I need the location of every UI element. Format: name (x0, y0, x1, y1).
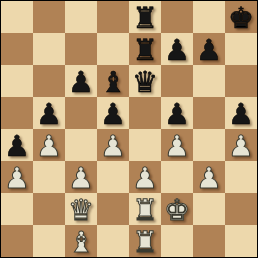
chess-board: ♜♚♜♟♟♟♝♛♟♟♟♟♟♟♟♟♟♟♟♟♟♛♜♚♝♜ (1, 1, 257, 257)
white-bishop[interactable]: ♝ (68, 226, 94, 258)
square-b2[interactable] (33, 193, 65, 225)
square-a5[interactable] (1, 97, 33, 129)
square-c3[interactable]: ♟ (65, 161, 97, 193)
white-pawn[interactable]: ♟ (4, 162, 30, 194)
black-rook[interactable]: ♜ (132, 2, 158, 34)
square-b7[interactable] (33, 33, 65, 65)
square-e8[interactable]: ♜ (129, 1, 161, 33)
white-queen[interactable]: ♛ (68, 194, 94, 226)
white-pawn[interactable]: ♟ (100, 130, 126, 162)
square-c8[interactable] (65, 1, 97, 33)
black-pawn[interactable]: ♟ (36, 98, 62, 130)
square-g4[interactable] (193, 129, 225, 161)
square-e7[interactable]: ♜ (129, 33, 161, 65)
square-d5[interactable]: ♟ (97, 97, 129, 129)
square-g1[interactable] (193, 225, 225, 257)
square-g2[interactable] (193, 193, 225, 225)
square-a4[interactable]: ♟ (1, 129, 33, 161)
white-pawn[interactable]: ♟ (132, 162, 158, 194)
black-queen[interactable]: ♛ (132, 66, 158, 98)
white-king[interactable]: ♚ (164, 194, 190, 226)
square-c1[interactable]: ♝ (65, 225, 97, 257)
square-f3[interactable] (161, 161, 193, 193)
square-h4[interactable]: ♟ (225, 129, 257, 161)
square-c4[interactable] (65, 129, 97, 161)
square-d4[interactable]: ♟ (97, 129, 129, 161)
square-d8[interactable] (97, 1, 129, 33)
square-h1[interactable] (225, 225, 257, 257)
white-rook[interactable]: ♜ (132, 226, 158, 258)
square-a3[interactable]: ♟ (1, 161, 33, 193)
square-b5[interactable]: ♟ (33, 97, 65, 129)
square-d2[interactable] (97, 193, 129, 225)
white-rook[interactable]: ♜ (132, 194, 158, 226)
square-f2[interactable]: ♚ (161, 193, 193, 225)
square-f8[interactable] (161, 1, 193, 33)
white-pawn[interactable]: ♟ (196, 162, 222, 194)
square-b8[interactable] (33, 1, 65, 33)
square-b6[interactable] (33, 65, 65, 97)
square-c5[interactable] (65, 97, 97, 129)
square-a7[interactable] (1, 33, 33, 65)
square-g6[interactable] (193, 65, 225, 97)
black-king[interactable]: ♚ (228, 2, 254, 34)
square-d1[interactable] (97, 225, 129, 257)
square-e3[interactable]: ♟ (129, 161, 161, 193)
square-c2[interactable]: ♛ (65, 193, 97, 225)
black-pawn[interactable]: ♟ (68, 66, 94, 98)
square-a2[interactable] (1, 193, 33, 225)
square-b4[interactable]: ♟ (33, 129, 65, 161)
white-pawn[interactable]: ♟ (228, 130, 254, 162)
white-pawn[interactable]: ♟ (36, 130, 62, 162)
square-h2[interactable] (225, 193, 257, 225)
square-d6[interactable]: ♝ (97, 65, 129, 97)
square-h8[interactable]: ♚ (225, 1, 257, 33)
square-h6[interactable] (225, 65, 257, 97)
square-h7[interactable] (225, 33, 257, 65)
square-e4[interactable] (129, 129, 161, 161)
black-bishop[interactable]: ♝ (100, 66, 126, 98)
chess-board-frame: ♜♚♜♟♟♟♝♛♟♟♟♟♟♟♟♟♟♟♟♟♟♛♜♚♝♜ (0, 0, 258, 258)
square-a6[interactable] (1, 65, 33, 97)
square-e2[interactable]: ♜ (129, 193, 161, 225)
black-pawn[interactable]: ♟ (164, 98, 190, 130)
square-a8[interactable] (1, 1, 33, 33)
black-rook[interactable]: ♜ (132, 34, 158, 66)
square-g3[interactable]: ♟ (193, 161, 225, 193)
square-e6[interactable]: ♛ (129, 65, 161, 97)
black-pawn[interactable]: ♟ (164, 34, 190, 66)
square-f5[interactable]: ♟ (161, 97, 193, 129)
white-pawn[interactable]: ♟ (68, 162, 94, 194)
square-d3[interactable] (97, 161, 129, 193)
black-pawn[interactable]: ♟ (196, 34, 222, 66)
square-f1[interactable] (161, 225, 193, 257)
square-g8[interactable] (193, 1, 225, 33)
square-e1[interactable]: ♜ (129, 225, 161, 257)
square-a1[interactable] (1, 225, 33, 257)
white-pawn[interactable]: ♟ (164, 130, 190, 162)
black-pawn[interactable]: ♟ (228, 98, 254, 130)
square-g7[interactable]: ♟ (193, 33, 225, 65)
square-h3[interactable] (225, 161, 257, 193)
square-h5[interactable]: ♟ (225, 97, 257, 129)
square-c7[interactable] (65, 33, 97, 65)
square-g5[interactable] (193, 97, 225, 129)
square-b3[interactable] (33, 161, 65, 193)
square-b1[interactable] (33, 225, 65, 257)
black-pawn[interactable]: ♟ (4, 130, 30, 162)
square-e5[interactable] (129, 97, 161, 129)
square-f7[interactable]: ♟ (161, 33, 193, 65)
square-d7[interactable] (97, 33, 129, 65)
square-c6[interactable]: ♟ (65, 65, 97, 97)
square-f6[interactable] (161, 65, 193, 97)
square-f4[interactable]: ♟ (161, 129, 193, 161)
black-pawn[interactable]: ♟ (100, 98, 126, 130)
